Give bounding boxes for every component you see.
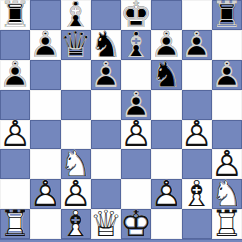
- black-knight: ♞♘: [91, 30, 121, 60]
- square-d3[interactable]: [91, 149, 121, 179]
- white-rook: ♜♖: [0, 209, 30, 239]
- square-d1[interactable]: ♛♕: [91, 209, 121, 239]
- square-f5[interactable]: [151, 90, 181, 120]
- chess-app-screen: ♜♖♝♗♚♔♜♖♟♙♛♕♞♘♝♗♟♙♟♙♟♙♟♙♞♘♟♙♟♙♟♙♟♙♟♙♞♘♟♙…: [0, 0, 242, 242]
- square-a1[interactable]: ♜♖: [0, 209, 30, 239]
- square-b3[interactable]: [30, 149, 60, 179]
- square-c6[interactable]: [61, 60, 91, 90]
- white-queen: ♛♕: [91, 209, 121, 239]
- square-b2[interactable]: ♟♙: [30, 179, 60, 209]
- square-h2[interactable]: ♞♘: [212, 179, 242, 209]
- black-knight: ♞♘: [151, 60, 181, 90]
- square-d5[interactable]: [91, 90, 121, 120]
- white-pawn: ♟♙: [61, 179, 91, 209]
- white-pawn: ♟♙: [121, 120, 151, 150]
- square-f6[interactable]: ♞♘: [151, 60, 181, 90]
- white-pawn: ♟♙: [151, 179, 181, 209]
- square-f3[interactable]: [151, 149, 181, 179]
- square-h1[interactable]: ♜♖: [212, 209, 242, 239]
- square-f2[interactable]: ♟♙: [151, 179, 181, 209]
- white-pawn: ♟♙: [30, 179, 60, 209]
- square-a2[interactable]: [0, 179, 30, 209]
- square-f8[interactable]: [151, 0, 181, 30]
- square-d6[interactable]: ♟♙: [91, 60, 121, 90]
- white-pawn: ♟♙: [182, 120, 212, 150]
- square-c4[interactable]: [61, 120, 91, 150]
- square-e4[interactable]: ♟♙: [121, 120, 151, 150]
- square-h8[interactable]: ♜♖: [212, 0, 242, 30]
- black-bishop: ♝♗: [121, 30, 151, 60]
- black-pawn: ♟♙: [212, 60, 242, 90]
- square-b7[interactable]: ♟♙: [30, 30, 60, 60]
- square-f4[interactable]: [151, 120, 181, 150]
- square-a8[interactable]: ♜♖: [0, 0, 30, 30]
- black-pawn: ♟♙: [182, 30, 212, 60]
- square-c5[interactable]: [61, 90, 91, 120]
- square-c2[interactable]: ♟♙: [61, 179, 91, 209]
- square-b4[interactable]: [30, 120, 60, 150]
- square-c8[interactable]: ♝♗: [61, 0, 91, 30]
- white-knight: ♞♘: [61, 149, 91, 179]
- chess-board: ♜♖♝♗♚♔♜♖♟♙♛♕♞♘♝♗♟♙♟♙♟♙♟♙♞♘♟♙♟♙♟♙♟♙♟♙♞♘♟♙…: [0, 0, 242, 239]
- square-e5[interactable]: ♟♙: [121, 90, 151, 120]
- square-b6[interactable]: [30, 60, 60, 90]
- square-a5[interactable]: [0, 90, 30, 120]
- square-b1[interactable]: [30, 209, 60, 239]
- square-h6[interactable]: ♟♙: [212, 60, 242, 90]
- square-c1[interactable]: ♝♗: [61, 209, 91, 239]
- square-e6[interactable]: [121, 60, 151, 90]
- square-g1[interactable]: [182, 209, 212, 239]
- square-h7[interactable]: [212, 30, 242, 60]
- white-rook: ♜♖: [212, 209, 242, 239]
- white-bishop: ♝♗: [182, 179, 212, 209]
- square-g3[interactable]: [182, 149, 212, 179]
- white-bishop: ♝♗: [61, 209, 91, 239]
- square-f7[interactable]: ♟♙: [151, 30, 181, 60]
- black-queen: ♛♕: [61, 30, 91, 60]
- square-e3[interactable]: [121, 149, 151, 179]
- black-rook: ♜♖: [0, 0, 30, 30]
- square-g4[interactable]: ♟♙: [182, 120, 212, 150]
- square-d2[interactable]: [91, 179, 121, 209]
- black-pawn: ♟♙: [30, 30, 60, 60]
- black-pawn: ♟♙: [91, 60, 121, 90]
- square-c7[interactable]: ♛♕: [61, 30, 91, 60]
- square-d4[interactable]: [91, 120, 121, 150]
- square-b8[interactable]: [30, 0, 60, 30]
- square-h3[interactable]: ♟♙: [212, 149, 242, 179]
- square-g5[interactable]: [182, 90, 212, 120]
- square-b5[interactable]: [30, 90, 60, 120]
- square-h5[interactable]: [212, 90, 242, 120]
- square-f1[interactable]: [151, 209, 181, 239]
- square-c3[interactable]: ♞♘: [61, 149, 91, 179]
- black-rook: ♜♖: [212, 0, 242, 30]
- square-a3[interactable]: [0, 149, 30, 179]
- square-g8[interactable]: [182, 0, 212, 30]
- white-knight: ♞♘: [212, 179, 242, 209]
- square-e8[interactable]: ♚♔: [121, 0, 151, 30]
- black-king: ♚♔: [121, 0, 151, 30]
- square-a6[interactable]: ♟♙: [0, 60, 30, 90]
- square-d8[interactable]: [91, 0, 121, 30]
- square-a7[interactable]: [0, 30, 30, 60]
- square-g2[interactable]: ♝♗: [182, 179, 212, 209]
- square-g7[interactable]: ♟♙: [182, 30, 212, 60]
- black-pawn: ♟♙: [121, 90, 151, 120]
- black-bishop: ♝♗: [61, 0, 91, 30]
- white-king: ♚♔: [121, 209, 151, 239]
- black-pawn: ♟♙: [0, 60, 30, 90]
- white-pawn: ♟♙: [212, 149, 242, 179]
- square-g6[interactable]: [182, 60, 212, 90]
- white-pawn: ♟♙: [0, 120, 30, 150]
- square-e1[interactable]: ♚♔: [121, 209, 151, 239]
- square-d7[interactable]: ♞♘: [91, 30, 121, 60]
- square-h4[interactable]: [212, 120, 242, 150]
- square-e2[interactable]: [121, 179, 151, 209]
- square-e7[interactable]: ♝♗: [121, 30, 151, 60]
- square-a4[interactable]: ♟♙: [0, 120, 30, 150]
- black-pawn: ♟♙: [151, 30, 181, 60]
